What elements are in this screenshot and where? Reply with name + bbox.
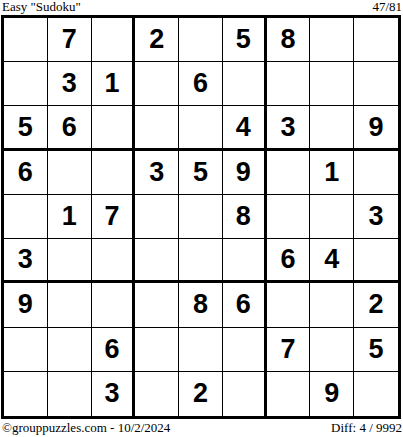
- puzzle-header: Easy "Sudoku" 47/81: [2, 0, 402, 15]
- cell-r4c5: 5: [179, 151, 223, 195]
- cell-r7c9: 2: [354, 283, 398, 327]
- cell-r5c9: 3: [354, 195, 398, 239]
- cell-r3c2: 6: [48, 106, 92, 150]
- cell-r3c6: 4: [223, 106, 267, 150]
- cell-r2c9[interactable]: [354, 62, 398, 106]
- cell-r9c7[interactable]: [267, 372, 311, 416]
- cell-r5c4[interactable]: [135, 195, 179, 239]
- cell-r2c1[interactable]: [4, 62, 48, 106]
- cell-r6c7: 6: [267, 239, 311, 283]
- cell-r3c4[interactable]: [135, 106, 179, 150]
- cell-r1c5[interactable]: [179, 18, 223, 62]
- cell-r4c3[interactable]: [92, 151, 136, 195]
- cell-r4c7[interactable]: [267, 151, 311, 195]
- cell-r5c3: 7: [92, 195, 136, 239]
- cell-r8c1[interactable]: [4, 328, 48, 372]
- cell-r9c3: 3: [92, 372, 136, 416]
- cell-r5c1[interactable]: [4, 195, 48, 239]
- cell-r9c2[interactable]: [48, 372, 92, 416]
- puzzle-footer: ©grouppuzzles.com - 10/2/2024 Diff: 4 / …: [2, 420, 402, 435]
- cell-r6c9[interactable]: [354, 239, 398, 283]
- cell-r9c4[interactable]: [135, 372, 179, 416]
- cell-r5c8[interactable]: [310, 195, 354, 239]
- cell-r6c6[interactable]: [223, 239, 267, 283]
- cell-r8c7: 7: [267, 328, 311, 372]
- cell-r8c9: 5: [354, 328, 398, 372]
- sudoku-board: 7258316564396359117833649862675329: [1, 15, 401, 419]
- difficulty-rating: Diff: 4 / 9992: [331, 421, 402, 435]
- cell-r3c3[interactable]: [92, 106, 136, 150]
- cell-r2c2: 3: [48, 62, 92, 106]
- cell-r9c1[interactable]: [4, 372, 48, 416]
- cell-r2c7[interactable]: [267, 62, 311, 106]
- cell-r8c6[interactable]: [223, 328, 267, 372]
- cell-r6c1: 3: [4, 239, 48, 283]
- cell-r7c1: 9: [4, 283, 48, 327]
- cell-r4c6: 9: [223, 151, 267, 195]
- cell-r7c8[interactable]: [310, 283, 354, 327]
- cell-r8c2[interactable]: [48, 328, 92, 372]
- cell-r8c8[interactable]: [310, 328, 354, 372]
- cell-r3c8[interactable]: [310, 106, 354, 150]
- cell-r7c3[interactable]: [92, 283, 136, 327]
- cell-r8c4[interactable]: [135, 328, 179, 372]
- cell-r7c4[interactable]: [135, 283, 179, 327]
- cell-r2c5: 6: [179, 62, 223, 106]
- cell-r7c5: 8: [179, 283, 223, 327]
- cell-r1c1[interactable]: [4, 18, 48, 62]
- cell-r1c8[interactable]: [310, 18, 354, 62]
- cell-r5c2: 1: [48, 195, 92, 239]
- cell-r8c5[interactable]: [179, 328, 223, 372]
- cell-r1c4: 2: [135, 18, 179, 62]
- cell-r9c5: 2: [179, 372, 223, 416]
- cell-r3c1: 5: [4, 106, 48, 150]
- cell-r4c2[interactable]: [48, 151, 92, 195]
- cell-r4c8: 1: [310, 151, 354, 195]
- cell-r2c3: 1: [92, 62, 136, 106]
- copyright-date: ©grouppuzzles.com - 10/2/2024: [2, 421, 170, 435]
- cell-r9c9[interactable]: [354, 372, 398, 416]
- cell-r2c8[interactable]: [310, 62, 354, 106]
- cell-r6c4[interactable]: [135, 239, 179, 283]
- empty-cell-counter: 47/81: [372, 0, 402, 14]
- cell-r5c7[interactable]: [267, 195, 311, 239]
- cell-r6c3[interactable]: [92, 239, 136, 283]
- cell-r9c8: 9: [310, 372, 354, 416]
- cell-r2c6[interactable]: [223, 62, 267, 106]
- cell-r3c7: 3: [267, 106, 311, 150]
- cell-r1c7: 8: [267, 18, 311, 62]
- cell-r7c7[interactable]: [267, 283, 311, 327]
- cell-r4c9[interactable]: [354, 151, 398, 195]
- cell-r8c3: 6: [92, 328, 136, 372]
- cell-r3c9: 9: [354, 106, 398, 150]
- cell-r4c1: 6: [4, 151, 48, 195]
- cell-r7c2[interactable]: [48, 283, 92, 327]
- puzzle-title: Easy "Sudoku": [2, 0, 81, 14]
- cell-r6c5[interactable]: [179, 239, 223, 283]
- cell-r6c8: 4: [310, 239, 354, 283]
- cell-r1c6: 5: [223, 18, 267, 62]
- cell-r7c6: 6: [223, 283, 267, 327]
- cell-r2c4[interactable]: [135, 62, 179, 106]
- cell-r1c2: 7: [48, 18, 92, 62]
- cell-r4c4: 3: [135, 151, 179, 195]
- cell-r5c6: 8: [223, 195, 267, 239]
- cell-r6c2[interactable]: [48, 239, 92, 283]
- cell-r1c9[interactable]: [354, 18, 398, 62]
- cell-r9c6[interactable]: [223, 372, 267, 416]
- cell-r1c3[interactable]: [92, 18, 136, 62]
- cell-r3c5[interactable]: [179, 106, 223, 150]
- cell-r5c5[interactable]: [179, 195, 223, 239]
